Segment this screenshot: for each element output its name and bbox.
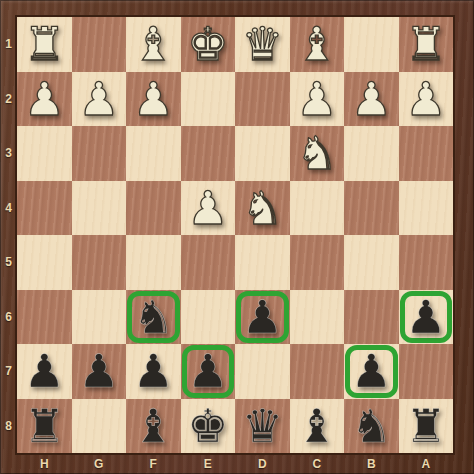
- square-b6[interactable]: [344, 290, 399, 345]
- piece-white-rook-h1[interactable]: ♜: [24, 21, 65, 67]
- piece-black-queen-d8[interactable]: ♛: [242, 403, 283, 449]
- square-f6[interactable]: ♞: [126, 290, 181, 345]
- square-g2[interactable]: ♟: [72, 72, 127, 127]
- rank-label-5: 5: [0, 235, 17, 290]
- square-a5[interactable]: [399, 235, 454, 290]
- square-d7[interactable]: [235, 344, 290, 399]
- square-b1[interactable]: [344, 17, 399, 72]
- square-d2[interactable]: [235, 72, 290, 127]
- square-b2[interactable]: ♟: [344, 72, 399, 127]
- square-c4[interactable]: [290, 181, 345, 236]
- square-d8[interactable]: ♛: [235, 399, 290, 454]
- square-c2[interactable]: ♟: [290, 72, 345, 127]
- file-label-c: C: [290, 453, 345, 474]
- square-b7[interactable]: ♟: [344, 344, 399, 399]
- square-h2[interactable]: ♟: [17, 72, 72, 127]
- piece-black-pawn-a6[interactable]: ♟: [405, 294, 446, 340]
- square-f3[interactable]: [126, 126, 181, 181]
- square-b4[interactable]: [344, 181, 399, 236]
- square-c3[interactable]: ♞: [290, 126, 345, 181]
- file-label-g: G: [72, 453, 127, 474]
- piece-white-pawn-f2[interactable]: ♟: [133, 76, 174, 122]
- piece-white-knight-d4[interactable]: ♞: [242, 185, 283, 231]
- square-f1[interactable]: ♝: [126, 17, 181, 72]
- square-a6[interactable]: ♟: [399, 290, 454, 345]
- square-h7[interactable]: ♟: [17, 344, 72, 399]
- chess-board-frame: ♜♝♚♛♝♜♟♟♟♟♟♟♞♟♞♞♟♟♟♟♟♟♟♜♝♚♛♝♞♜ 12345678 …: [0, 0, 474, 474]
- square-c6[interactable]: [290, 290, 345, 345]
- piece-white-bishop-c1[interactable]: ♝: [296, 21, 337, 67]
- file-labels: HGFEDCBA: [17, 453, 453, 474]
- square-h1[interactable]: ♜: [17, 17, 72, 72]
- piece-black-bishop-f8[interactable]: ♝: [133, 403, 174, 449]
- square-g7[interactable]: ♟: [72, 344, 127, 399]
- square-a8[interactable]: ♜: [399, 399, 454, 454]
- piece-black-knight-b8[interactable]: ♞: [351, 403, 392, 449]
- piece-white-pawn-b2[interactable]: ♟: [351, 76, 392, 122]
- piece-white-pawn-h2[interactable]: ♟: [24, 76, 65, 122]
- rank-label-2: 2: [0, 72, 17, 127]
- piece-white-queen-d1[interactable]: ♛: [242, 21, 283, 67]
- square-g4[interactable]: [72, 181, 127, 236]
- piece-black-pawn-b7[interactable]: ♟: [351, 348, 392, 394]
- rank-labels: 12345678: [0, 17, 17, 453]
- square-f7[interactable]: ♟: [126, 344, 181, 399]
- square-d5[interactable]: [235, 235, 290, 290]
- square-b8[interactable]: ♞: [344, 399, 399, 454]
- square-d6[interactable]: ♟: [235, 290, 290, 345]
- square-c7[interactable]: [290, 344, 345, 399]
- square-a7[interactable]: [399, 344, 454, 399]
- square-h6[interactable]: [17, 290, 72, 345]
- piece-white-pawn-g2[interactable]: ♟: [78, 76, 119, 122]
- piece-white-bishop-f1[interactable]: ♝: [133, 21, 174, 67]
- square-a1[interactable]: ♜: [399, 17, 454, 72]
- square-d4[interactable]: ♞: [235, 181, 290, 236]
- square-f2[interactable]: ♟: [126, 72, 181, 127]
- chess-board: ♜♝♚♛♝♜♟♟♟♟♟♟♞♟♞♞♟♟♟♟♟♟♟♜♝♚♛♝♞♜: [17, 17, 453, 453]
- square-g1[interactable]: [72, 17, 127, 72]
- piece-black-pawn-e7[interactable]: ♟: [187, 348, 228, 394]
- square-a3[interactable]: [399, 126, 454, 181]
- file-label-d: D: [235, 453, 290, 474]
- file-label-h: H: [17, 453, 72, 474]
- piece-black-pawn-f7[interactable]: ♟: [133, 348, 174, 394]
- square-d1[interactable]: ♛: [235, 17, 290, 72]
- piece-black-knight-f6[interactable]: ♞: [133, 294, 174, 340]
- piece-black-pawn-g7[interactable]: ♟: [78, 348, 119, 394]
- piece-black-king-e8[interactable]: ♚: [187, 403, 228, 449]
- square-e3[interactable]: [181, 126, 236, 181]
- square-c1[interactable]: ♝: [290, 17, 345, 72]
- square-c8[interactable]: ♝: [290, 399, 345, 454]
- square-g5[interactable]: [72, 235, 127, 290]
- rank-label-4: 4: [0, 181, 17, 236]
- square-c5[interactable]: [290, 235, 345, 290]
- file-label-e: E: [181, 453, 236, 474]
- square-a4[interactable]: [399, 181, 454, 236]
- square-e5[interactable]: [181, 235, 236, 290]
- rank-label-6: 6: [0, 290, 17, 345]
- piece-white-rook-a1[interactable]: ♜: [405, 21, 446, 67]
- square-e2[interactable]: [181, 72, 236, 127]
- rank-label-3: 3: [0, 126, 17, 181]
- rank-label-1: 1: [0, 17, 17, 72]
- piece-white-knight-c3[interactable]: ♞: [296, 130, 337, 176]
- square-f4[interactable]: [126, 181, 181, 236]
- file-label-a: A: [399, 453, 454, 474]
- square-a2[interactable]: ♟: [399, 72, 454, 127]
- square-h8[interactable]: ♜: [17, 399, 72, 454]
- piece-white-king-e1[interactable]: ♚: [187, 21, 228, 67]
- square-f8[interactable]: ♝: [126, 399, 181, 454]
- file-label-f: F: [126, 453, 181, 474]
- square-d3[interactable]: [235, 126, 290, 181]
- square-e7[interactable]: ♟: [181, 344, 236, 399]
- square-e6[interactable]: [181, 290, 236, 345]
- square-g6[interactable]: [72, 290, 127, 345]
- square-b5[interactable]: [344, 235, 399, 290]
- square-g8[interactable]: [72, 399, 127, 454]
- square-h3[interactable]: [17, 126, 72, 181]
- piece-white-pawn-e4[interactable]: ♟: [187, 185, 228, 231]
- square-f5[interactable]: [126, 235, 181, 290]
- piece-black-pawn-h7[interactable]: ♟: [24, 348, 65, 394]
- square-e8[interactable]: ♚: [181, 399, 236, 454]
- square-b3[interactable]: [344, 126, 399, 181]
- square-e4[interactable]: ♟: [181, 181, 236, 236]
- piece-black-rook-a8[interactable]: ♜: [405, 403, 446, 449]
- piece-white-pawn-c2[interactable]: ♟: [296, 76, 337, 122]
- square-e1[interactable]: ♚: [181, 17, 236, 72]
- piece-black-pawn-d6[interactable]: ♟: [242, 294, 283, 340]
- file-label-b: B: [344, 453, 399, 474]
- square-h4[interactable]: [17, 181, 72, 236]
- square-h5[interactable]: [17, 235, 72, 290]
- piece-white-pawn-a2[interactable]: ♟: [405, 76, 446, 122]
- piece-black-bishop-c8[interactable]: ♝: [296, 403, 337, 449]
- rank-label-8: 8: [0, 399, 17, 454]
- piece-black-rook-h8[interactable]: ♜: [24, 403, 65, 449]
- square-g3[interactable]: [72, 126, 127, 181]
- rank-label-7: 7: [0, 344, 17, 399]
